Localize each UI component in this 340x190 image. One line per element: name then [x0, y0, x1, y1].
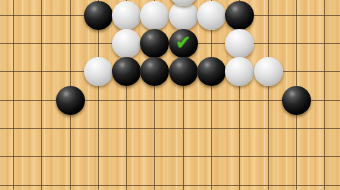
- black-stone: [140, 29, 169, 58]
- black-stone: [282, 86, 311, 115]
- grid-line-v: [268, 0, 269, 190]
- grid-line-v: [324, 0, 325, 190]
- white-stone: [112, 29, 141, 58]
- grid-line-h: [0, 128, 340, 129]
- gomoku-board[interactable]: ✔: [0, 0, 340, 190]
- last-move-check-icon: ✔: [175, 33, 191, 52]
- grid-line-v: [41, 0, 42, 190]
- grid-line-h: [0, 156, 340, 157]
- black-stone: ✔: [169, 29, 198, 58]
- black-stone: [56, 86, 85, 115]
- white-stone: [197, 1, 226, 30]
- black-stone: [169, 57, 198, 86]
- black-stone: [197, 57, 226, 86]
- white-stone: [112, 1, 141, 30]
- grid-line-v: [13, 0, 14, 190]
- black-stone: [140, 57, 169, 86]
- white-stone: [254, 57, 283, 86]
- white-stone: [140, 1, 169, 30]
- black-stone: [84, 1, 113, 30]
- black-stone: [225, 1, 254, 30]
- black-stone: [112, 57, 141, 86]
- white-stone: [225, 57, 254, 86]
- grid-line-h: [0, 185, 340, 186]
- game-screenshot: ✔: [0, 0, 340, 190]
- white-stone: [84, 57, 113, 86]
- white-stone: [225, 29, 254, 58]
